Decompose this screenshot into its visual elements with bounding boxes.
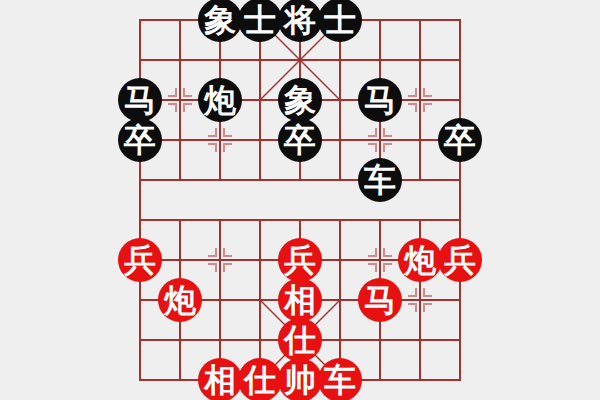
marker-corner (423, 288, 432, 297)
marker-corner (223, 248, 232, 257)
piece-red-soldier[interactable]: 兵 (118, 238, 162, 282)
marker-corner (168, 103, 177, 112)
piece-black-soldier[interactable]: 卒 (118, 118, 162, 162)
marker-corner (408, 88, 417, 97)
position-marker (168, 88, 192, 112)
piece-red-elephant[interactable]: 相 (198, 358, 242, 400)
xiangqi-board-diagram: 象士将士马炮象马卒卒卒车兵兵炮兵炮相马仕相仕帅车 (0, 0, 600, 400)
piece-black-elephant[interactable]: 象 (198, 0, 242, 42)
position-marker (208, 248, 232, 272)
piece-black-elephant[interactable]: 象 (278, 78, 322, 122)
position-marker (408, 288, 432, 312)
marker-corner (183, 103, 192, 112)
marker-corner (223, 263, 232, 272)
piece-black-general[interactable]: 将 (278, 0, 322, 42)
position-marker (368, 128, 392, 152)
marker-corner (368, 143, 377, 152)
marker-corner (423, 88, 432, 97)
marker-corner (383, 248, 392, 257)
piece-black-advisor[interactable]: 士 (318, 0, 362, 42)
marker-corner (208, 143, 217, 152)
marker-corner (368, 263, 377, 272)
marker-corner (423, 303, 432, 312)
marker-corner (223, 143, 232, 152)
piece-red-soldier[interactable]: 兵 (438, 238, 482, 282)
piece-black-advisor[interactable]: 士 (238, 0, 282, 42)
marker-corner (368, 248, 377, 257)
marker-corner (383, 263, 392, 272)
marker-corner (408, 288, 417, 297)
piece-red-advisor[interactable]: 仕 (278, 318, 322, 362)
piece-black-soldier[interactable]: 卒 (438, 118, 482, 162)
marker-corner (208, 128, 217, 137)
marker-corner (383, 128, 392, 137)
piece-red-cannon[interactable]: 炮 (158, 278, 202, 322)
marker-corner (408, 103, 417, 112)
marker-corner (168, 88, 177, 97)
position-marker (408, 88, 432, 112)
piece-red-elephant[interactable]: 相 (278, 278, 322, 322)
piece-red-soldier[interactable]: 兵 (278, 238, 322, 282)
marker-corner (408, 303, 417, 312)
piece-red-general[interactable]: 帅 (278, 358, 322, 400)
marker-corner (368, 128, 377, 137)
marker-corner (208, 263, 217, 272)
piece-red-chariot[interactable]: 车 (318, 358, 362, 400)
piece-black-horse[interactable]: 马 (358, 78, 402, 122)
marker-corner (208, 248, 217, 257)
marker-corner (223, 128, 232, 137)
piece-red-cannon[interactable]: 炮 (398, 238, 442, 282)
marker-corner (183, 88, 192, 97)
piece-red-advisor[interactable]: 仕 (238, 358, 282, 400)
piece-black-horse[interactable]: 马 (118, 78, 162, 122)
marker-corner (423, 103, 432, 112)
piece-red-horse[interactable]: 马 (358, 278, 402, 322)
position-marker (208, 128, 232, 152)
marker-corner (383, 143, 392, 152)
piece-black-chariot[interactable]: 车 (358, 158, 402, 202)
piece-black-cannon[interactable]: 炮 (198, 78, 242, 122)
position-marker (368, 248, 392, 272)
piece-black-soldier[interactable]: 卒 (278, 118, 322, 162)
